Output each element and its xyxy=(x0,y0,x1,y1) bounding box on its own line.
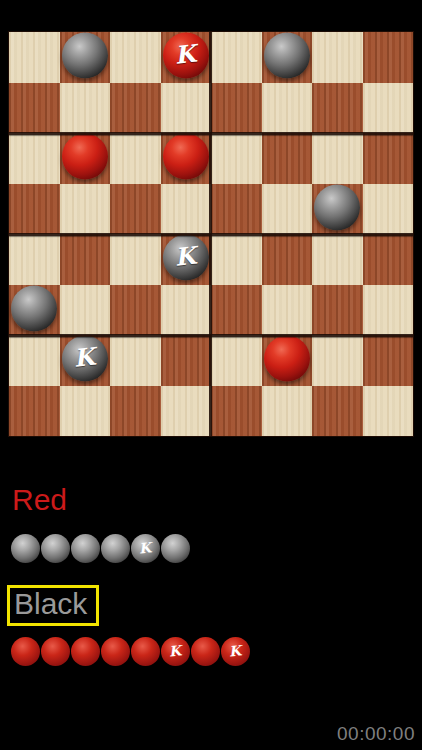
square-r1c2[interactable] xyxy=(110,83,161,134)
king-crown-glyph: K xyxy=(169,643,183,659)
captured-black-man xyxy=(41,534,70,563)
square-r5c3 xyxy=(161,285,212,336)
black-king-piece[interactable]: K xyxy=(62,336,108,382)
square-r1c0[interactable] xyxy=(9,83,60,134)
square-r7c2[interactable] xyxy=(110,386,161,437)
king-crown-glyph: K xyxy=(174,243,198,272)
square-r0c6 xyxy=(312,32,363,83)
square-r2c3[interactable] xyxy=(161,133,212,184)
red-player-label: Red xyxy=(12,485,67,515)
square-r3c1 xyxy=(60,184,111,235)
square-r6c4 xyxy=(211,335,262,386)
square-r6c3[interactable] xyxy=(161,335,212,386)
square-r0c4 xyxy=(211,32,262,83)
captured-black-king: K xyxy=(131,534,160,563)
red-king-piece[interactable]: K xyxy=(163,33,209,79)
square-r3c2[interactable] xyxy=(110,184,161,235)
square-r0c3[interactable]: K xyxy=(161,32,212,83)
square-r7c5 xyxy=(262,386,313,437)
square-r3c6[interactable] xyxy=(312,184,363,235)
square-r4c0 xyxy=(9,234,60,285)
square-r0c0 xyxy=(9,32,60,83)
black-man-piece[interactable] xyxy=(264,33,310,79)
square-r5c1 xyxy=(60,285,111,336)
black-man-piece[interactable] xyxy=(11,285,57,331)
square-r3c3 xyxy=(161,184,212,235)
king-crown-glyph: K xyxy=(139,540,153,556)
square-r5c4[interactable] xyxy=(211,285,262,336)
square-r2c0 xyxy=(9,133,60,184)
square-r5c5 xyxy=(262,285,313,336)
square-r2c4 xyxy=(211,133,262,184)
king-crown-glyph: K xyxy=(174,41,198,70)
active-turn-highlight: Black xyxy=(7,585,99,626)
square-r7c7 xyxy=(363,386,414,437)
square-r4c6 xyxy=(312,234,363,285)
red-captured-tray: K xyxy=(11,534,190,563)
square-r5c7 xyxy=(363,285,414,336)
king-crown-glyph: K xyxy=(73,344,97,373)
captured-red-man xyxy=(11,637,40,666)
square-r4c4 xyxy=(211,234,262,285)
square-r6c0 xyxy=(9,335,60,386)
captured-red-king: K xyxy=(161,637,190,666)
black-man-piece[interactable] xyxy=(314,184,360,230)
square-r0c7[interactable] xyxy=(363,32,414,83)
square-r1c6[interactable] xyxy=(312,83,363,134)
red-man-piece[interactable] xyxy=(62,134,108,180)
captured-black-man xyxy=(11,534,40,563)
black-player-label: Black xyxy=(14,587,87,620)
square-r4c1[interactable] xyxy=(60,234,111,285)
square-r1c4[interactable] xyxy=(211,83,262,134)
black-king-piece[interactable]: K xyxy=(163,235,209,281)
captured-red-man xyxy=(131,637,160,666)
square-r4c7[interactable] xyxy=(363,234,414,285)
captured-red-man xyxy=(41,637,70,666)
square-r2c1[interactable] xyxy=(60,133,111,184)
square-r2c6 xyxy=(312,133,363,184)
square-r3c0[interactable] xyxy=(9,184,60,235)
captured-black-man xyxy=(101,534,130,563)
square-r2c7[interactable] xyxy=(363,133,414,184)
red-man-piece[interactable] xyxy=(264,336,310,382)
captured-black-man xyxy=(161,534,190,563)
black-man-piece[interactable] xyxy=(62,33,108,79)
square-r4c2 xyxy=(110,234,161,285)
king-crown-glyph: K xyxy=(229,643,243,659)
captured-red-man xyxy=(191,637,220,666)
square-r4c5[interactable] xyxy=(262,234,313,285)
square-r3c7 xyxy=(363,184,414,235)
square-r6c2 xyxy=(110,335,161,386)
square-r0c1[interactable] xyxy=(60,32,111,83)
square-r1c5 xyxy=(262,83,313,134)
game-screen: KKK Red K Black KK 00:00:00 xyxy=(0,0,422,750)
board: KKK xyxy=(8,31,414,437)
square-r2c2 xyxy=(110,133,161,184)
captured-red-man xyxy=(71,637,100,666)
square-r5c6[interactable] xyxy=(312,285,363,336)
square-r5c2[interactable] xyxy=(110,285,161,336)
square-r5c0[interactable] xyxy=(9,285,60,336)
black-captured-tray: KK xyxy=(11,637,250,666)
square-r7c4[interactable] xyxy=(211,386,262,437)
square-r1c3 xyxy=(161,83,212,134)
game-timer: 00:00:00 xyxy=(337,723,415,745)
square-r7c3 xyxy=(161,386,212,437)
square-r4c3[interactable]: K xyxy=(161,234,212,285)
square-r7c0[interactable] xyxy=(9,386,60,437)
square-r1c7 xyxy=(363,83,414,134)
red-man-piece[interactable] xyxy=(163,134,209,180)
square-r3c5 xyxy=(262,184,313,235)
captured-black-man xyxy=(71,534,100,563)
square-r6c6 xyxy=(312,335,363,386)
square-r7c1 xyxy=(60,386,111,437)
square-r3c4[interactable] xyxy=(211,184,262,235)
square-r6c7[interactable] xyxy=(363,335,414,386)
square-r6c5[interactable] xyxy=(262,335,313,386)
captured-red-king: K xyxy=(221,637,250,666)
square-r0c2 xyxy=(110,32,161,83)
square-r1c1 xyxy=(60,83,111,134)
square-r6c1[interactable]: K xyxy=(60,335,111,386)
captured-red-man xyxy=(101,637,130,666)
square-r7c6[interactable] xyxy=(312,386,363,437)
square-r0c5[interactable] xyxy=(262,32,313,83)
square-r2c5[interactable] xyxy=(262,133,313,184)
